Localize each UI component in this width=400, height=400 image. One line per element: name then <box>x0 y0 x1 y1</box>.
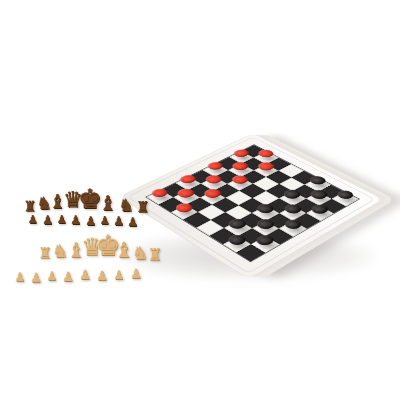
chess-bishop-dark-wood: ♝ <box>99 193 117 213</box>
chess-knight-light-wood: ♞ <box>132 244 148 262</box>
chess-pawn-light-wood: ♟ <box>130 267 142 280</box>
chess-pawn-light-wood: ♟ <box>96 269 108 282</box>
chess-knight-light-wood: ♞ <box>52 242 68 260</box>
chess-piece-clusters: ♜♞♝♛♚♝♞♜♟♟♟♟♟♟♟♟ ♜♞♝♛♚♝♞♜♟♟♟♟♟♟♟♟ <box>0 0 400 400</box>
chess-pawn-light-wood: ♟ <box>79 268 91 281</box>
chess-rook-dark-wood: ♜ <box>136 200 149 215</box>
chess-pawn-light-wood: ♟ <box>114 269 125 281</box>
chess-pawn-light-wood: ♟ <box>47 270 58 282</box>
chess-knight-dark-wood: ♞ <box>118 197 133 214</box>
chess-bishop-light-wood: ♝ <box>115 240 134 261</box>
chess-pawn-dark-wood: ♟ <box>86 215 97 227</box>
chess-pawn-light-wood: ♟ <box>62 270 74 283</box>
chess-rook-dark-wood: ♜ <box>24 199 37 213</box>
chess-pawn-dark-wood: ♟ <box>57 214 67 225</box>
chess-pawn-dark-wood: ♟ <box>128 216 139 228</box>
product-photo-scene: ♜♞♝♛♚♝♞♜♟♟♟♟♟♟♟♟ ♜♞♝♛♚♝♞♜♟♟♟♟♟♟♟♟ <box>0 0 400 400</box>
chess-pawn-dark-wood: ♟ <box>28 214 38 225</box>
chess-pawn-light-wood: ♟ <box>15 271 26 283</box>
chess-pawn-light-wood: ♟ <box>30 271 42 284</box>
chess-pawn-dark-wood: ♟ <box>100 215 110 226</box>
chess-rook-light-wood: ♜ <box>38 246 51 261</box>
chess-pawn-dark-wood: ♟ <box>43 214 54 226</box>
chess-pawn-dark-wood: ♟ <box>71 214 82 226</box>
chess-rook-light-wood: ♜ <box>148 247 162 263</box>
chess-pawn-dark-wood: ♟ <box>114 215 125 227</box>
